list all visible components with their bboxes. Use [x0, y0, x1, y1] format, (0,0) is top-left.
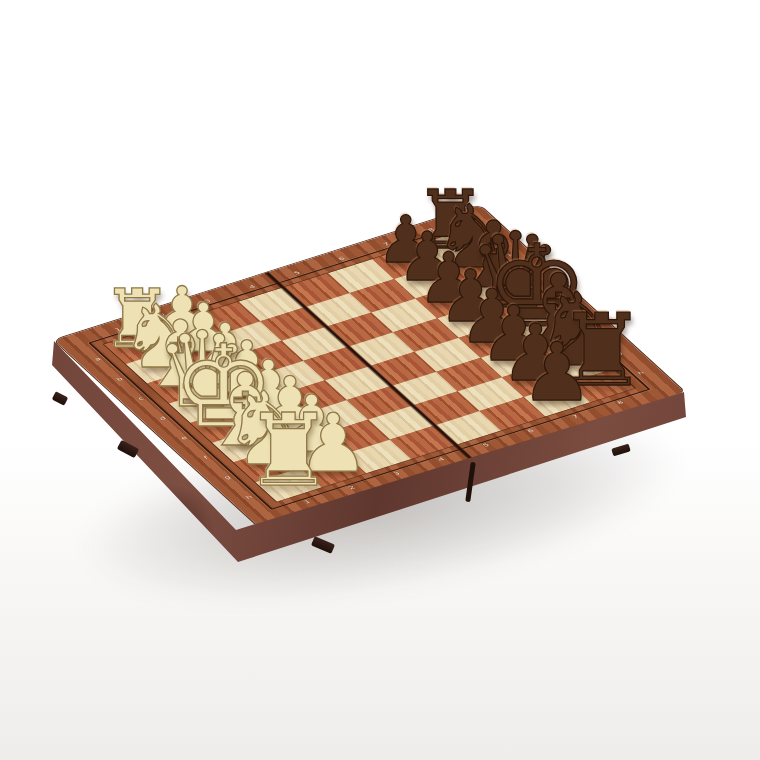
product-photo: 11aa22bb33cc44dd55ee66ff77gg88hh ♜♟♞♟♝♟♛…	[0, 0, 760, 760]
latch-tab[interactable]	[52, 391, 69, 406]
black-pawn-h7[interactable]: ♟	[521, 332, 593, 413]
white-rook-h1[interactable]: ♜	[243, 401, 333, 501]
rank-label-5: 5	[482, 443, 491, 448]
rank-label-6: 6	[527, 429, 536, 434]
rank-label-4: 4	[437, 457, 446, 462]
rank-label-3: 3	[392, 471, 401, 476]
